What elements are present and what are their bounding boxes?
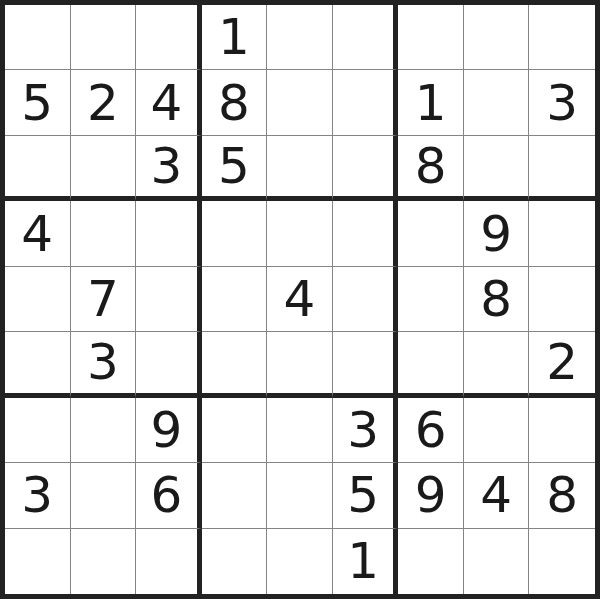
cell-r4c2[interactable] [71, 201, 137, 266]
cell-r1c2[interactable] [71, 5, 137, 70]
cell-r8c1[interactable]: 3 [5, 463, 71, 528]
cell-r4c4[interactable] [202, 201, 268, 266]
sudoku-board: 152481335849748329363659481 [0, 0, 600, 599]
cell-r8c5[interactable] [267, 463, 333, 528]
cell-r8c2[interactable] [71, 463, 137, 528]
cell-r2c3[interactable]: 4 [136, 70, 202, 135]
cell-r5c7[interactable] [398, 267, 464, 332]
cell-r5c5[interactable]: 4 [267, 267, 333, 332]
cell-r3c5[interactable] [267, 136, 333, 201]
cell-r8c4[interactable] [202, 463, 268, 528]
cell-r3c6[interactable] [333, 136, 399, 201]
cell-r6c2[interactable]: 3 [71, 332, 137, 397]
cell-r2c4[interactable]: 8 [202, 70, 268, 135]
cell-r5c8[interactable]: 8 [464, 267, 530, 332]
cell-r5c3[interactable] [136, 267, 202, 332]
cell-r9c8[interactable] [464, 529, 530, 594]
cell-r2c2[interactable]: 2 [71, 70, 137, 135]
cell-r8c7[interactable]: 9 [398, 463, 464, 528]
cell-r7c5[interactable] [267, 398, 333, 463]
cell-r5c4[interactable] [202, 267, 268, 332]
cell-r1c9[interactable] [529, 5, 595, 70]
cell-r7c3[interactable]: 9 [136, 398, 202, 463]
cell-r6c3[interactable] [136, 332, 202, 397]
cell-r9c1[interactable] [5, 529, 71, 594]
cell-r6c9[interactable]: 2 [529, 332, 595, 397]
cell-r7c6[interactable]: 3 [333, 398, 399, 463]
cell-r3c2[interactable] [71, 136, 137, 201]
cell-r9c4[interactable] [202, 529, 268, 594]
cell-r4c1[interactable]: 4 [5, 201, 71, 266]
cell-r3c4[interactable]: 5 [202, 136, 268, 201]
cell-r4c7[interactable] [398, 201, 464, 266]
cell-r2c1[interactable]: 5 [5, 70, 71, 135]
cell-r6c5[interactable] [267, 332, 333, 397]
cell-r7c9[interactable] [529, 398, 595, 463]
cell-r2c8[interactable] [464, 70, 530, 135]
cell-r3c1[interactable] [5, 136, 71, 201]
cell-r1c5[interactable] [267, 5, 333, 70]
cell-r1c8[interactable] [464, 5, 530, 70]
cell-r1c4[interactable]: 1 [202, 5, 268, 70]
cell-r2c6[interactable] [333, 70, 399, 135]
cell-r5c6[interactable] [333, 267, 399, 332]
cell-r6c1[interactable] [5, 332, 71, 397]
cell-r9c5[interactable] [267, 529, 333, 594]
cell-r8c6[interactable]: 5 [333, 463, 399, 528]
cell-r6c6[interactable] [333, 332, 399, 397]
cell-r4c3[interactable] [136, 201, 202, 266]
cell-r5c9[interactable] [529, 267, 595, 332]
cell-r1c7[interactable] [398, 5, 464, 70]
cell-r8c8[interactable]: 4 [464, 463, 530, 528]
cell-r9c7[interactable] [398, 529, 464, 594]
cell-r4c6[interactable] [333, 201, 399, 266]
cell-r4c5[interactable] [267, 201, 333, 266]
cell-r9c6[interactable]: 1 [333, 529, 399, 594]
cell-r1c1[interactable] [5, 5, 71, 70]
cell-r3c8[interactable] [464, 136, 530, 201]
cell-r3c9[interactable] [529, 136, 595, 201]
cell-r2c7[interactable]: 1 [398, 70, 464, 135]
cell-r7c1[interactable] [5, 398, 71, 463]
cell-r5c1[interactable] [5, 267, 71, 332]
cell-r2c9[interactable]: 3 [529, 70, 595, 135]
cell-r9c9[interactable] [529, 529, 595, 594]
cell-r7c7[interactable]: 6 [398, 398, 464, 463]
cell-r3c3[interactable]: 3 [136, 136, 202, 201]
cell-r3c7[interactable]: 8 [398, 136, 464, 201]
cell-r1c3[interactable] [136, 5, 202, 70]
cell-r7c8[interactable] [464, 398, 530, 463]
cell-r2c5[interactable] [267, 70, 333, 135]
cell-r9c2[interactable] [71, 529, 137, 594]
cell-r4c8[interactable]: 9 [464, 201, 530, 266]
cell-r9c3[interactable] [136, 529, 202, 594]
cell-r5c2[interactable]: 7 [71, 267, 137, 332]
cell-r6c8[interactable] [464, 332, 530, 397]
cell-r6c4[interactable] [202, 332, 268, 397]
cell-r8c3[interactable]: 6 [136, 463, 202, 528]
cell-r8c9[interactable]: 8 [529, 463, 595, 528]
cell-r7c2[interactable] [71, 398, 137, 463]
cell-r7c4[interactable] [202, 398, 268, 463]
cell-r4c9[interactable] [529, 201, 595, 266]
cell-r6c7[interactable] [398, 332, 464, 397]
cell-r1c6[interactable] [333, 5, 399, 70]
